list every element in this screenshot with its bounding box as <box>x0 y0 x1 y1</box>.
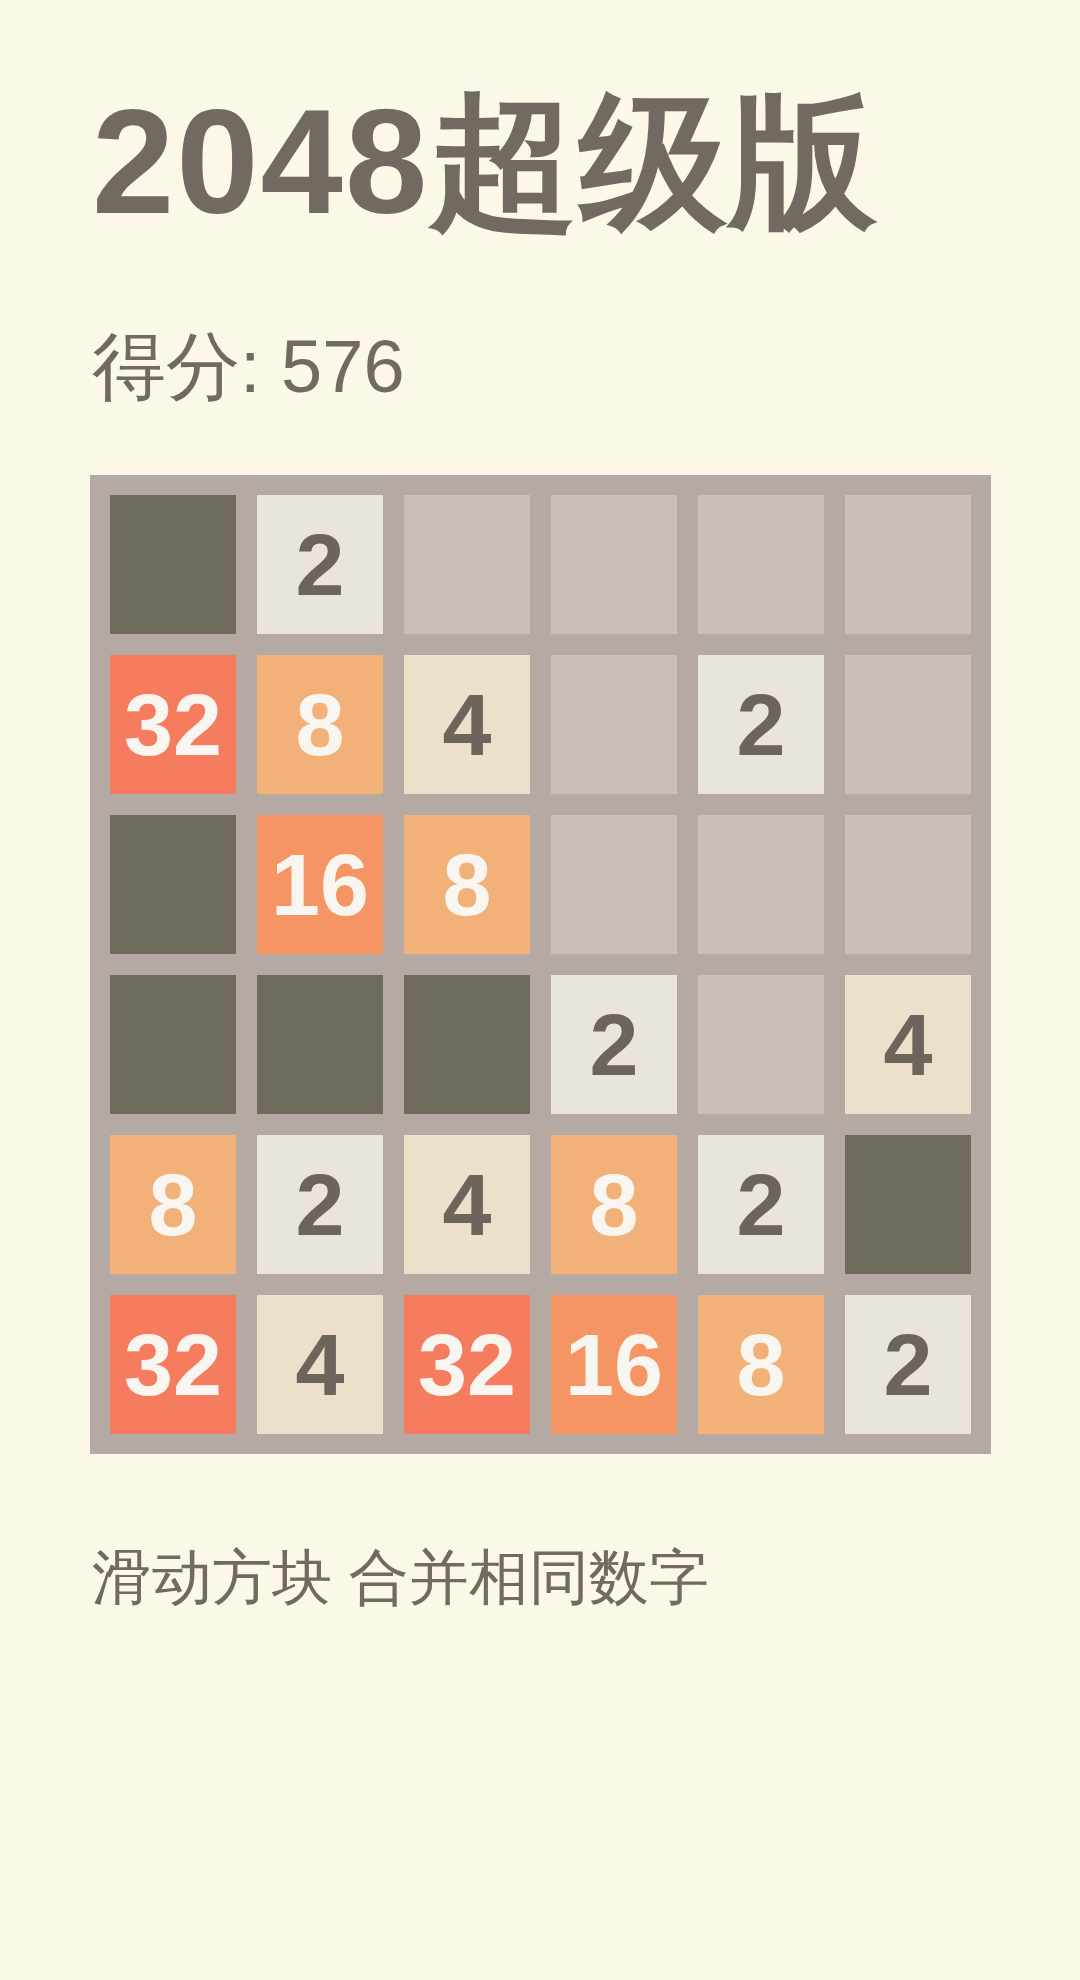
cell-r6c2-tile-4: 4 <box>257 1295 383 1434</box>
cell-r1c4-empty <box>551 495 677 634</box>
cell-r3c1-obstacle-block <box>110 815 236 954</box>
instruction-text: 滑动方块 合并相同数字 <box>92 1548 709 1608</box>
cell-r3c2-tile-16: 16 <box>257 815 383 954</box>
cell-r6c4-tile-16: 16 <box>551 1295 677 1434</box>
cell-r5c5-tile-2: 2 <box>698 1135 824 1274</box>
cell-r6c5-tile-8: 8 <box>698 1295 824 1434</box>
cell-r6c6-tile-2: 2 <box>845 1295 971 1434</box>
cell-r4c6-tile-4: 4 <box>845 975 971 1114</box>
cell-r4c5-empty <box>698 975 824 1114</box>
cell-r5c3-tile-4: 4 <box>404 1135 530 1274</box>
cell-r4c1-obstacle-block <box>110 975 236 1114</box>
cell-r5c4-tile-8: 8 <box>551 1135 677 1274</box>
cell-r6c1-tile-32: 32 <box>110 1295 236 1434</box>
cell-r2c4-empty <box>551 655 677 794</box>
cell-r1c5-empty <box>698 495 824 634</box>
cell-r5c1-tile-8: 8 <box>110 1135 236 1274</box>
cell-r4c2-obstacle-block <box>257 975 383 1114</box>
cell-r1c3-empty <box>404 495 530 634</box>
game-screen: 2048超级版 得分: 576 232842168248248232432168… <box>0 0 1080 1980</box>
score-display: 得分: 576 <box>92 330 405 404</box>
cell-r3c3-tile-8: 8 <box>404 815 530 954</box>
cell-r5c6-obstacle-block <box>845 1135 971 1274</box>
page-title: 2048超级版 <box>92 88 879 236</box>
cell-r2c3-tile-4: 4 <box>404 655 530 794</box>
cell-r2c1-tile-32: 32 <box>110 655 236 794</box>
cell-r2c2-tile-8: 8 <box>257 655 383 794</box>
cell-r2c5-tile-2: 2 <box>698 655 824 794</box>
cell-r6c3-tile-32: 32 <box>404 1295 530 1434</box>
cell-r3c6-empty <box>845 815 971 954</box>
cell-r4c4-tile-2: 2 <box>551 975 677 1114</box>
cell-r1c2-tile-2: 2 <box>257 495 383 634</box>
cell-r2c6-empty <box>845 655 971 794</box>
cell-r1c6-empty <box>845 495 971 634</box>
cell-r1c1-obstacle-block <box>110 495 236 634</box>
cell-r5c2-tile-2: 2 <box>257 1135 383 1274</box>
cell-r3c4-empty <box>551 815 677 954</box>
board-grid[interactable]: 2328421682482482324321682 <box>90 475 991 1454</box>
cell-r3c5-empty <box>698 815 824 954</box>
cell-r4c3-obstacle-block <box>404 975 530 1114</box>
